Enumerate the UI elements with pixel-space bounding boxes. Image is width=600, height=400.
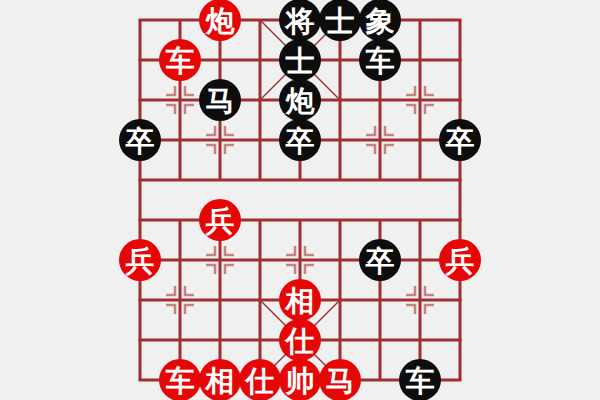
black-general[interactable]: 将 [279, 0, 321, 41]
piece-glyph: 仕 [246, 367, 275, 396]
piece-glyph: 象 [366, 7, 395, 36]
piece-grid: 炮将士象车士车马炮卒卒卒兵兵卒兵相仕车相仕帅马车 [120, 0, 480, 400]
piece-glyph: 兵 [126, 247, 155, 276]
black-advisor[interactable]: 士 [279, 39, 321, 81]
red-horse[interactable]: 马 [319, 359, 361, 400]
piece-glyph: 马 [206, 87, 235, 116]
black-horse[interactable]: 马 [199, 79, 241, 121]
piece-glyph: 帅 [286, 367, 315, 396]
red-soldier[interactable]: 兵 [119, 239, 161, 281]
piece-glyph: 士 [326, 7, 355, 36]
black-soldier[interactable]: 卒 [119, 119, 161, 161]
piece-glyph: 士 [286, 47, 315, 76]
piece-glyph: 卒 [366, 247, 395, 276]
red-chariot[interactable]: 车 [159, 359, 201, 400]
piece-glyph: 车 [166, 47, 195, 76]
piece-glyph: 相 [286, 287, 315, 316]
piece-glyph: 相 [206, 367, 235, 396]
red-elephant[interactable]: 相 [199, 359, 241, 400]
piece-glyph: 车 [166, 367, 195, 396]
black-advisor[interactable]: 士 [319, 0, 361, 41]
black-chariot[interactable]: 车 [359, 39, 401, 81]
red-advisor[interactable]: 仕 [279, 319, 321, 361]
red-advisor[interactable]: 仕 [239, 359, 281, 400]
black-soldier[interactable]: 卒 [279, 119, 321, 161]
xiangqi-game-screen: 炮将士象车士车马炮卒卒卒兵兵卒兵相仕车相仕帅马车 [0, 0, 600, 400]
black-soldier[interactable]: 卒 [439, 119, 481, 161]
black-chariot[interactable]: 车 [399, 359, 441, 400]
black-elephant[interactable]: 象 [359, 0, 401, 41]
piece-glyph: 卒 [446, 127, 475, 156]
piece-glyph: 卒 [286, 127, 315, 156]
red-king[interactable]: 帅 [279, 359, 321, 400]
piece-glyph: 炮 [206, 7, 235, 36]
red-chariot[interactable]: 车 [159, 39, 201, 81]
red-soldier[interactable]: 兵 [439, 239, 481, 281]
piece-glyph: 炮 [286, 87, 315, 116]
red-soldier[interactable]: 兵 [199, 199, 241, 241]
red-elephant[interactable]: 相 [279, 279, 321, 321]
black-cannon[interactable]: 炮 [279, 79, 321, 121]
piece-glyph: 车 [366, 47, 395, 76]
piece-glyph: 车 [406, 367, 435, 396]
piece-glyph: 兵 [206, 207, 235, 236]
piece-glyph: 卒 [126, 127, 155, 156]
piece-glyph: 马 [326, 367, 355, 396]
piece-glyph: 仕 [286, 327, 315, 356]
piece-glyph: 兵 [446, 247, 475, 276]
red-cannon[interactable]: 炮 [199, 0, 241, 41]
piece-glyph: 将 [286, 7, 315, 36]
black-soldier[interactable]: 卒 [359, 239, 401, 281]
